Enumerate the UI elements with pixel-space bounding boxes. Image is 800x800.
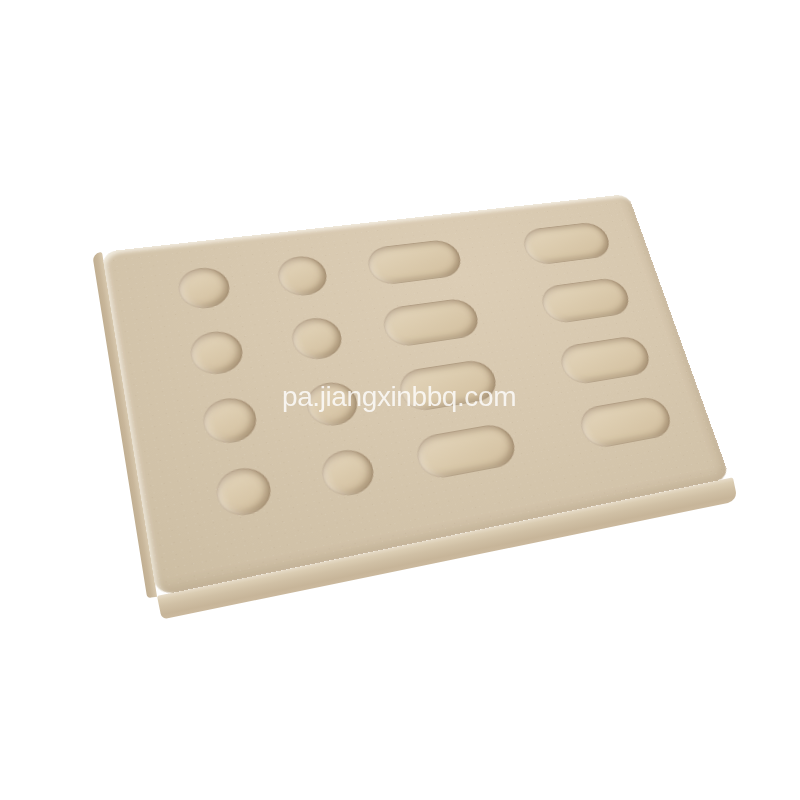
watermark-text: pa.jiangxinbbq.com: [282, 383, 516, 411]
photo-background: pa.jiangxinbbq.com: [0, 0, 800, 800]
